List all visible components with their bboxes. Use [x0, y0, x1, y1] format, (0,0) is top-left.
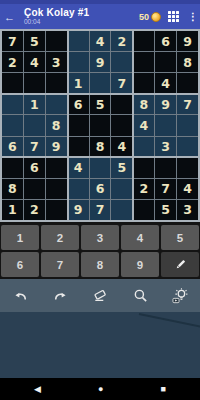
- overflow-menu-icon[interactable]: ⋮: [188, 11, 196, 22]
- coin-icon: [151, 12, 161, 22]
- cell-r8c7[interactable]: 2: [133, 179, 154, 199]
- cell-r7c6[interactable]: 5: [111, 158, 132, 178]
- cell-r1c7[interactable]: [133, 31, 154, 51]
- numpad-key-6[interactable]: 6: [1, 252, 39, 277]
- cell-r9c3[interactable]: [46, 200, 67, 220]
- cell-r1c6[interactable]: 2: [111, 31, 132, 51]
- cell-r4c1[interactable]: [2, 94, 23, 114]
- cell-r8c1[interactable]: 8: [2, 179, 23, 199]
- sudoku-board-frame: 7542692439817416589784679843645862741297…: [0, 29, 200, 222]
- cell-r9c9[interactable]: 3: [177, 200, 198, 220]
- sudoku-app: ← Çok Kolay #1 00:04 50 ⋮ 75426924398174…: [0, 0, 200, 400]
- cell-r3c5[interactable]: [90, 73, 111, 93]
- cell-r9c4[interactable]: 9: [68, 200, 89, 220]
- coin-counter[interactable]: 50: [139, 12, 161, 22]
- cell-r4c6[interactable]: [111, 94, 132, 114]
- cell-r9c1[interactable]: 1: [2, 200, 23, 220]
- redo-icon: [53, 289, 68, 303]
- undo-icon: [13, 289, 28, 303]
- cell-r6c1[interactable]: 6: [2, 137, 23, 157]
- cell-r8c6[interactable]: [111, 179, 132, 199]
- magnifier-icon: [133, 288, 148, 303]
- boards-grid-icon[interactable]: [168, 11, 179, 22]
- box-divider: [2, 93, 198, 95]
- cell-r2c3[interactable]: 3: [46, 52, 67, 72]
- cell-r8c5[interactable]: 6: [90, 179, 111, 199]
- redo-button[interactable]: [40, 279, 80, 312]
- cell-r7c2[interactable]: 6: [24, 158, 45, 178]
- cell-r4c2[interactable]: 1: [24, 94, 45, 114]
- cell-r1c9[interactable]: 9: [177, 31, 198, 51]
- background-art-line: [139, 313, 200, 328]
- cell-r9c2[interactable]: 2: [24, 200, 45, 220]
- numpad-key-9[interactable]: 9: [121, 252, 159, 277]
- numpad-key-2[interactable]: 2: [41, 225, 79, 250]
- coin-amount: 50: [139, 12, 149, 22]
- cell-r8c9[interactable]: 4: [177, 179, 198, 199]
- zoom-button[interactable]: [120, 279, 160, 312]
- android-nav-bar: ◀ ● ■: [0, 378, 200, 400]
- hint-bulb-icon: [172, 288, 189, 304]
- eraser-icon: [92, 288, 108, 303]
- cell-r4c5[interactable]: 5: [90, 94, 111, 114]
- cell-r5c6[interactable]: [111, 115, 132, 135]
- cell-r2c7[interactable]: [133, 52, 154, 72]
- cell-r6c6[interactable]: 4: [111, 137, 132, 157]
- box-divider: [67, 31, 69, 220]
- cell-r5c7[interactable]: 4: [133, 115, 154, 135]
- box-divider: [2, 156, 198, 158]
- numpad-key-5[interactable]: 5: [161, 225, 199, 250]
- cell-r3c7[interactable]: [133, 73, 154, 93]
- cell-r5c8[interactable]: [155, 115, 176, 135]
- cell-r9c6[interactable]: [111, 200, 132, 220]
- pencil-mode-button[interactable]: [161, 252, 199, 277]
- cell-r2c1[interactable]: 2: [2, 52, 23, 72]
- cell-r5c2[interactable]: [24, 115, 45, 135]
- cell-r5c4[interactable]: [68, 115, 89, 135]
- numpad-key-3[interactable]: 3: [81, 225, 119, 250]
- cell-r6c3[interactable]: 9: [46, 137, 67, 157]
- eraser-button[interactable]: [80, 279, 120, 312]
- cell-r4c3[interactable]: [46, 94, 67, 114]
- numpad-key-4[interactable]: 4: [121, 225, 159, 250]
- cell-r2c6[interactable]: [111, 52, 132, 72]
- video-ad-badge: [172, 298, 178, 302]
- cell-r1c5[interactable]: 4: [90, 31, 111, 51]
- number-pad: 123456789: [0, 222, 200, 279]
- cell-r8c3[interactable]: [46, 179, 67, 199]
- cell-r7c3[interactable]: [46, 158, 67, 178]
- app-header: ← Çok Kolay #1 00:04 50 ⋮: [0, 4, 200, 29]
- numpad-key-1[interactable]: 1: [1, 225, 39, 250]
- box-divider: [132, 31, 134, 220]
- cell-r1c1[interactable]: 7: [2, 31, 23, 51]
- cell-r3c8[interactable]: 4: [155, 73, 176, 93]
- cell-r3c4[interactable]: 1: [68, 73, 89, 93]
- cell-r5c1[interactable]: [2, 115, 23, 135]
- cell-r6c8[interactable]: 3: [155, 137, 176, 157]
- cell-r4c8[interactable]: 9: [155, 94, 176, 114]
- cell-r7c1[interactable]: [2, 158, 23, 178]
- cell-r3c9[interactable]: [177, 73, 198, 93]
- cell-r5c5[interactable]: [90, 115, 111, 135]
- cell-r7c8[interactable]: [155, 158, 176, 178]
- undo-button[interactable]: [0, 279, 40, 312]
- cell-r9c5[interactable]: 7: [90, 200, 111, 220]
- cell-r2c8[interactable]: [155, 52, 176, 72]
- cell-r3c1[interactable]: [2, 73, 23, 93]
- cell-r2c5[interactable]: 9: [90, 52, 111, 72]
- cell-r5c9[interactable]: [177, 115, 198, 135]
- cell-r6c2[interactable]: 7: [24, 137, 45, 157]
- cell-r9c7[interactable]: [133, 200, 154, 220]
- cell-r6c4[interactable]: [68, 137, 89, 157]
- sudoku-board: 7542692439817416589784679843645862741297…: [2, 31, 198, 220]
- back-arrow-icon[interactable]: ←: [4, 11, 18, 23]
- cell-r1c4[interactable]: [68, 31, 89, 51]
- cell-r2c9[interactable]: 8: [177, 52, 198, 72]
- cell-r4c9[interactable]: 7: [177, 94, 198, 114]
- pencil-icon: [174, 258, 187, 271]
- cell-r7c9[interactable]: [177, 158, 198, 178]
- timer: 00:04: [24, 19, 139, 26]
- cell-r2c4[interactable]: [68, 52, 89, 72]
- cell-r4c7[interactable]: 8: [133, 94, 154, 114]
- cell-r9c8[interactable]: 5: [155, 200, 176, 220]
- cell-r8c2[interactable]: [24, 179, 45, 199]
- cell-r5c3[interactable]: 8: [46, 115, 67, 135]
- cell-r4c4[interactable]: 6: [68, 94, 89, 114]
- numpad-key-7[interactable]: 7: [41, 252, 79, 277]
- cell-r3c2[interactable]: [24, 73, 45, 93]
- cell-r1c8[interactable]: 6: [155, 31, 176, 51]
- cell-r6c5[interactable]: 8: [90, 137, 111, 157]
- cell-r7c4[interactable]: 4: [68, 158, 89, 178]
- hint-button[interactable]: [160, 279, 200, 312]
- page-title: Çok Kolay #1: [24, 8, 139, 18]
- nav-back-icon[interactable]: ◀: [34, 385, 41, 394]
- cell-r7c5[interactable]: [90, 158, 111, 178]
- title-block: Çok Kolay #1 00:04: [24, 8, 139, 26]
- cell-r8c4[interactable]: [68, 179, 89, 199]
- cell-r7c7[interactable]: [133, 158, 154, 178]
- cell-r6c7[interactable]: [133, 137, 154, 157]
- cell-r1c3[interactable]: [46, 31, 67, 51]
- cell-r8c8[interactable]: 7: [155, 179, 176, 199]
- bottom-toolbar: [0, 279, 200, 312]
- nav-home-icon[interactable]: ●: [98, 385, 103, 394]
- numpad-key-8[interactable]: 8: [81, 252, 119, 277]
- cell-r3c3[interactable]: [46, 73, 67, 93]
- nav-recents-icon[interactable]: ■: [161, 385, 166, 394]
- cell-r3c6[interactable]: 7: [111, 73, 132, 93]
- cell-r2c2[interactable]: 4: [24, 52, 45, 72]
- cell-r1c2[interactable]: 5: [24, 31, 45, 51]
- cell-r6c9[interactable]: [177, 137, 198, 157]
